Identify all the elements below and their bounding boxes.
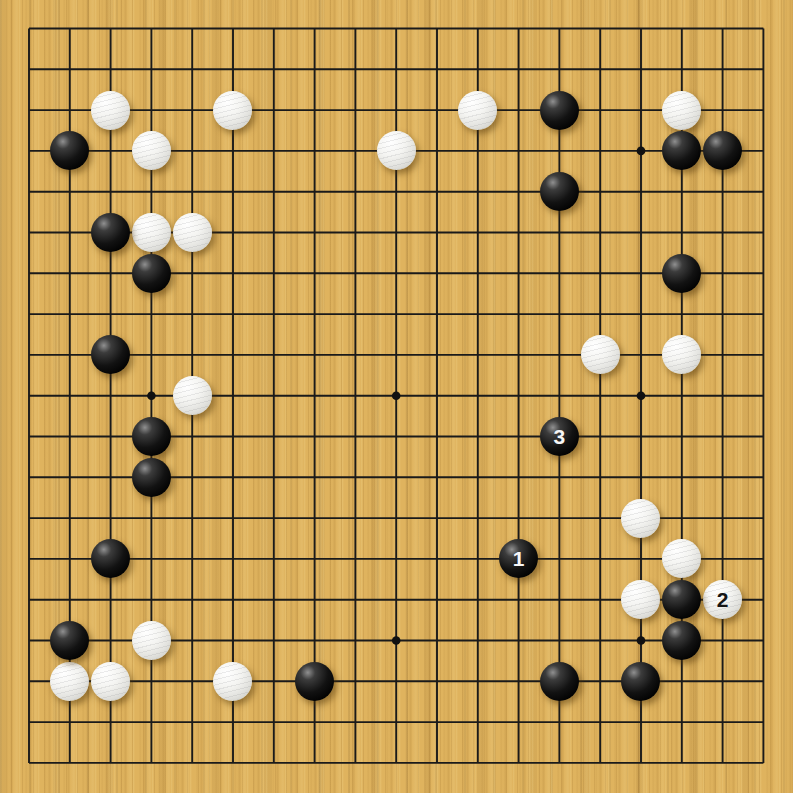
board-intersection — [661, 90, 702, 131]
board-intersection — [49, 130, 90, 171]
black-stone — [662, 621, 701, 660]
white-stone — [132, 621, 171, 660]
board-intersection — [661, 334, 702, 375]
black-stone — [662, 580, 701, 619]
board-intersection — [213, 90, 254, 131]
board-intersection: 2 — [702, 579, 743, 620]
move-number-label: 2 — [717, 589, 729, 610]
black-stone — [91, 539, 130, 578]
board-intersection: 3 — [539, 416, 580, 457]
black-stone — [540, 172, 579, 211]
board-intersection — [90, 90, 131, 131]
board-intersection — [376, 130, 417, 171]
board-intersection: 1 — [498, 538, 539, 579]
board-intersection — [539, 171, 580, 212]
black-stone — [662, 131, 701, 170]
board-intersection — [621, 579, 662, 620]
white-stone — [213, 662, 252, 701]
board-intersection — [131, 457, 172, 498]
board-intersection — [580, 334, 621, 375]
move-number-label: 3 — [554, 426, 566, 447]
board-intersection — [213, 661, 254, 702]
black-stone — [91, 213, 130, 252]
board-intersection — [172, 212, 213, 253]
black-stone — [703, 131, 742, 170]
board-intersection — [702, 130, 743, 171]
white-stone — [662, 335, 701, 374]
black-stone — [132, 417, 171, 456]
stone-layer: 231 — [9, 8, 784, 783]
black-stone — [540, 662, 579, 701]
black-stone — [91, 335, 130, 374]
move-number-label: 1 — [513, 548, 525, 569]
board-intersection — [90, 212, 131, 253]
board-intersection — [90, 334, 131, 375]
black-stone: 1 — [499, 539, 538, 578]
board-intersection — [661, 130, 702, 171]
white-stone — [50, 662, 89, 701]
white-stone: 2 — [703, 580, 742, 619]
black-stone — [295, 662, 334, 701]
board-intersection — [621, 498, 662, 539]
black-stone — [50, 131, 89, 170]
white-stone — [581, 335, 620, 374]
white-stone — [621, 499, 660, 538]
board-intersection — [131, 130, 172, 171]
board-intersection — [172, 375, 213, 416]
white-stone — [662, 91, 701, 130]
white-stone — [91, 662, 130, 701]
board-intersection — [661, 538, 702, 579]
white-stone — [377, 131, 416, 170]
white-stone — [132, 213, 171, 252]
black-stone — [540, 91, 579, 130]
board-intersection — [539, 661, 580, 702]
board-intersection — [661, 253, 702, 294]
white-stone — [91, 91, 130, 130]
board-intersection — [661, 579, 702, 620]
black-stone — [132, 458, 171, 497]
board-intersection — [49, 620, 90, 661]
board-intersection — [131, 620, 172, 661]
board-intersection — [90, 538, 131, 579]
board-intersection — [457, 90, 498, 131]
white-stone — [458, 91, 497, 130]
board-intersection — [131, 253, 172, 294]
white-stone — [173, 213, 212, 252]
white-stone — [132, 131, 171, 170]
board-intersection — [131, 212, 172, 253]
black-stone — [50, 621, 89, 660]
white-stone — [662, 539, 701, 578]
black-stone — [621, 662, 660, 701]
white-stone — [621, 580, 660, 619]
black-stone — [132, 254, 171, 293]
board-intersection — [539, 90, 580, 131]
white-stone — [213, 91, 252, 130]
board-intersection — [131, 416, 172, 457]
board-intersection — [90, 661, 131, 702]
go-board[interactable]: 231 — [0, 0, 793, 793]
board-intersection — [621, 661, 662, 702]
white-stone — [173, 376, 212, 415]
board-intersection — [661, 620, 702, 661]
board-intersection — [294, 661, 335, 702]
black-stone — [662, 254, 701, 293]
black-stone: 3 — [540, 417, 579, 456]
board-intersection — [49, 661, 90, 702]
